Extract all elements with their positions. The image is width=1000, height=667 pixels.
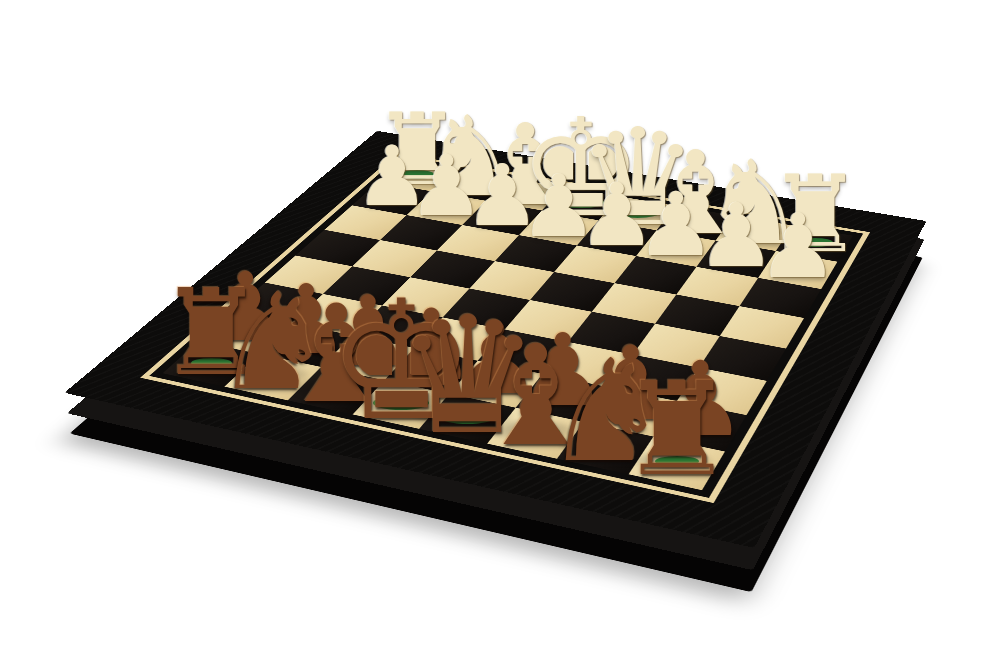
product-photo-scene: ♜♞♝♛♚♝♞♜♟♟♟♟♟♟♟♟♟♟♟♟♟♟♟♟♜♞♝♛♚♝♞♜ [0,0,1000,667]
